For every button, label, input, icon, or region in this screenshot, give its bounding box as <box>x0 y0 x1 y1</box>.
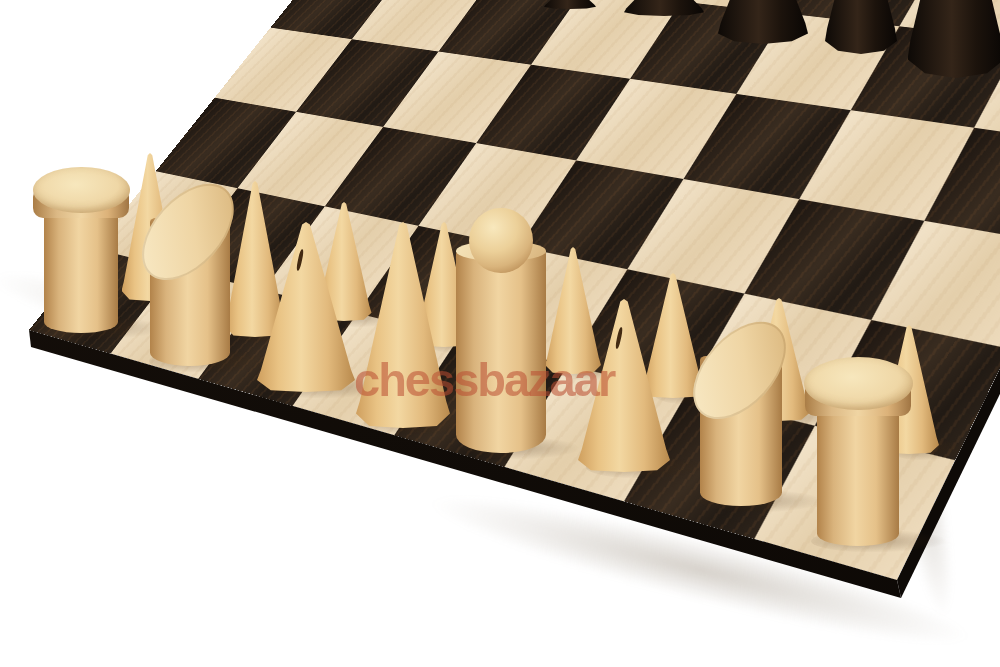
chessboard <box>29 0 1000 580</box>
product-photo: chessbazaar <box>0 0 1000 667</box>
watermark-text: chessbazaar <box>354 356 614 403</box>
cap-side <box>33 187 128 219</box>
cap-top <box>33 167 130 213</box>
